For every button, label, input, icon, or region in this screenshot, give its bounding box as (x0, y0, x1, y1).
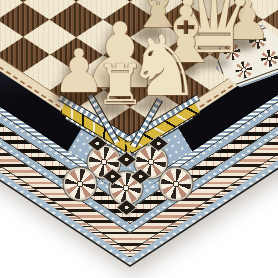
chess-piece-rook: ♜ (95, 58, 145, 111)
chess-pieces: ♝♟♛♝♟♟♞♜ (0, 0, 278, 278)
photo-stage: ♝♟♛♝♟♟♞♜ (0, 0, 278, 278)
